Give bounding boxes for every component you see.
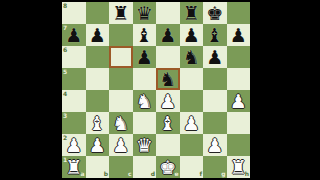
square-h3[interactable] <box>227 112 251 134</box>
square-h7[interactable]: ♟ <box>227 24 251 46</box>
square-h1[interactable]: h♜ <box>227 156 251 178</box>
piece-black-pawn[interactable]: ♟ <box>156 24 180 46</box>
chess-board: 8♜♛♜♚7♟♟♝♟♟♝♟6♟♞♟5♞4♞♟♟3♝♞♝♟2♟♟♟♛♟1a♜bcd… <box>62 2 250 178</box>
square-g3[interactable] <box>203 112 227 134</box>
piece-white-bishop[interactable]: ♝ <box>86 112 110 134</box>
piece-black-knight[interactable]: ♞ <box>156 68 180 90</box>
piece-black-pawn[interactable]: ♟ <box>133 46 157 68</box>
square-f1[interactable]: f <box>180 156 204 178</box>
square-e3[interactable]: ♝ <box>156 112 180 134</box>
square-b5[interactable] <box>86 68 110 90</box>
square-g7[interactable]: ♝ <box>203 24 227 46</box>
piece-white-knight[interactable]: ♞ <box>109 112 133 134</box>
square-d2[interactable]: ♛ <box>133 134 157 156</box>
file-label-f: f <box>199 171 202 177</box>
piece-white-pawn[interactable]: ♟ <box>62 134 86 156</box>
square-a5[interactable]: 5 <box>62 68 86 90</box>
square-e5[interactable]: ♞ <box>156 68 180 90</box>
square-d8[interactable]: ♛ <box>133 2 157 24</box>
square-c2[interactable]: ♟ <box>109 134 133 156</box>
piece-black-king[interactable]: ♚ <box>203 2 227 24</box>
rank-label-5: 5 <box>63 69 67 75</box>
square-e6[interactable] <box>156 46 180 68</box>
piece-black-queen[interactable]: ♛ <box>133 2 157 24</box>
file-label-d: d <box>151 171 155 177</box>
file-label-b: b <box>104 171 108 177</box>
rank-label-4: 4 <box>63 91 67 97</box>
square-c8[interactable]: ♜ <box>109 2 133 24</box>
square-g2[interactable]: ♟ <box>203 134 227 156</box>
piece-black-rook[interactable]: ♜ <box>109 2 133 24</box>
square-f8[interactable]: ♜ <box>180 2 204 24</box>
piece-white-pawn[interactable]: ♟ <box>156 90 180 112</box>
rank-label-6: 6 <box>63 47 67 53</box>
square-b2[interactable]: ♟ <box>86 134 110 156</box>
square-d4[interactable]: ♞ <box>133 90 157 112</box>
square-d6[interactable]: ♟ <box>133 46 157 68</box>
square-c7[interactable] <box>109 24 133 46</box>
piece-white-rook[interactable]: ♜ <box>62 156 86 178</box>
square-f6[interactable]: ♞ <box>180 46 204 68</box>
square-f3[interactable]: ♟ <box>180 112 204 134</box>
square-c5[interactable] <box>109 68 133 90</box>
piece-white-queen[interactable]: ♛ <box>133 134 157 156</box>
square-c6[interactable] <box>109 46 133 68</box>
square-a7[interactable]: 7♟ <box>62 24 86 46</box>
square-b6[interactable] <box>86 46 110 68</box>
piece-black-pawn[interactable]: ♟ <box>86 24 110 46</box>
rank-label-3: 3 <box>63 113 67 119</box>
square-a1[interactable]: 1a♜ <box>62 156 86 178</box>
piece-black-rook[interactable]: ♜ <box>180 2 204 24</box>
square-a6[interactable]: 6 <box>62 46 86 68</box>
square-d3[interactable] <box>133 112 157 134</box>
square-h6[interactable] <box>227 46 251 68</box>
square-f4[interactable] <box>180 90 204 112</box>
piece-white-pawn[interactable]: ♟ <box>86 134 110 156</box>
piece-white-pawn[interactable]: ♟ <box>109 134 133 156</box>
square-f7[interactable]: ♟ <box>180 24 204 46</box>
square-f5[interactable] <box>180 68 204 90</box>
square-d1[interactable]: d <box>133 156 157 178</box>
piece-white-king[interactable]: ♚ <box>156 156 180 178</box>
square-b8[interactable] <box>86 2 110 24</box>
square-h2[interactable] <box>227 134 251 156</box>
square-a4[interactable]: 4 <box>62 90 86 112</box>
square-h4[interactable]: ♟ <box>227 90 251 112</box>
square-g8[interactable]: ♚ <box>203 2 227 24</box>
piece-black-pawn[interactable]: ♟ <box>180 24 204 46</box>
piece-white-bishop[interactable]: ♝ <box>156 112 180 134</box>
square-g4[interactable] <box>203 90 227 112</box>
piece-black-pawn[interactable]: ♟ <box>203 46 227 68</box>
square-b4[interactable] <box>86 90 110 112</box>
square-f2[interactable] <box>180 134 204 156</box>
piece-black-bishop[interactable]: ♝ <box>203 24 227 46</box>
square-h5[interactable] <box>227 68 251 90</box>
piece-white-knight[interactable]: ♞ <box>133 90 157 112</box>
square-c3[interactable]: ♞ <box>109 112 133 134</box>
square-a2[interactable]: 2♟ <box>62 134 86 156</box>
square-c1[interactable]: c <box>109 156 133 178</box>
piece-white-rook[interactable]: ♜ <box>227 156 251 178</box>
rank-label-8: 8 <box>63 3 67 9</box>
square-b1[interactable]: b <box>86 156 110 178</box>
file-label-c: c <box>128 171 132 177</box>
square-d7[interactable]: ♝ <box>133 24 157 46</box>
piece-black-bishop[interactable]: ♝ <box>133 24 157 46</box>
piece-black-pawn[interactable]: ♟ <box>62 24 86 46</box>
piece-black-pawn[interactable]: ♟ <box>227 24 251 46</box>
square-e4[interactable]: ♟ <box>156 90 180 112</box>
square-e8[interactable] <box>156 2 180 24</box>
square-a3[interactable]: 3 <box>62 112 86 134</box>
square-h8[interactable] <box>227 2 251 24</box>
square-b3[interactable]: ♝ <box>86 112 110 134</box>
piece-white-pawn[interactable]: ♟ <box>227 90 251 112</box>
square-a8[interactable]: 8 <box>62 2 86 24</box>
square-e1[interactable]: e♚ <box>156 156 180 178</box>
square-g1[interactable]: g <box>203 156 227 178</box>
square-d5[interactable] <box>133 68 157 90</box>
square-e7[interactable]: ♟ <box>156 24 180 46</box>
piece-white-pawn[interactable]: ♟ <box>203 134 227 156</box>
square-b7[interactable]: ♟ <box>86 24 110 46</box>
piece-white-pawn[interactable]: ♟ <box>180 112 204 134</box>
piece-black-knight[interactable]: ♞ <box>180 46 204 68</box>
square-g6[interactable]: ♟ <box>203 46 227 68</box>
square-g5[interactable] <box>203 68 227 90</box>
square-c4[interactable] <box>109 90 133 112</box>
file-label-g: g <box>221 171 225 177</box>
square-e2[interactable] <box>156 134 180 156</box>
